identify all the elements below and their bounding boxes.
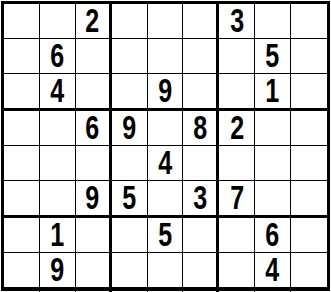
cell-r1c4[interactable] [112, 4, 148, 39]
given-digit: 9 [85, 181, 99, 215]
cell-r4c1[interactable] [4, 111, 40, 146]
cell-r7c8[interactable]: 6 [255, 218, 291, 253]
cell-r2c9[interactable] [291, 39, 327, 74]
cell-r9c5[interactable] [148, 288, 184, 292]
cell-r6c2[interactable] [40, 181, 76, 218]
cell-r4c4[interactable]: 9 [112, 111, 148, 146]
given-digit: 4 [158, 146, 172, 180]
cell-r1c6[interactable] [183, 4, 219, 39]
cell-r8c3[interactable] [76, 253, 112, 288]
cell-r5c7[interactable] [219, 146, 255, 181]
cell-r3c8[interactable]: 1 [255, 74, 291, 111]
given-digit: 3 [230, 4, 244, 38]
sudoku-board-wrap: 23654916982495371569435 [0, 0, 331, 292]
cell-r8c6[interactable] [183, 253, 219, 288]
cell-r4c3[interactable]: 6 [76, 111, 112, 146]
cell-r6c9[interactable] [291, 181, 327, 218]
given-digit: 4 [50, 74, 64, 108]
cell-r6c7[interactable]: 7 [219, 181, 255, 218]
cell-r7c7[interactable] [219, 218, 255, 253]
cell-r7c4[interactable] [112, 218, 148, 253]
cell-r4c8[interactable] [255, 111, 291, 146]
given-digit: 4 [266, 253, 280, 287]
cell-r6c3[interactable]: 9 [76, 181, 112, 218]
cell-r1c5[interactable] [148, 4, 184, 39]
given-digit: 6 [266, 218, 280, 252]
cell-r8c1[interactable] [4, 253, 40, 288]
cell-r3c3[interactable] [76, 74, 112, 111]
cell-r7c1[interactable] [4, 218, 40, 253]
cell-r2c1[interactable] [4, 39, 40, 74]
cell-r5c5[interactable]: 4 [148, 146, 184, 181]
cell-r7c3[interactable] [76, 218, 112, 253]
cell-r6c1[interactable] [4, 181, 40, 218]
cell-r1c1[interactable] [4, 4, 40, 39]
given-digit: 5 [122, 181, 136, 215]
cell-r8c2[interactable]: 9 [40, 253, 76, 288]
given-digit: 5 [230, 288, 244, 292]
given-digit: 1 [266, 74, 280, 108]
cell-r1c8[interactable] [255, 4, 291, 39]
cell-r2c3[interactable] [76, 39, 112, 74]
cell-r4c2[interactable] [40, 111, 76, 146]
given-digit: 6 [50, 39, 64, 73]
cell-r8c5[interactable] [148, 253, 184, 288]
cell-r5c9[interactable] [291, 146, 327, 181]
cell-r8c9[interactable] [291, 253, 327, 288]
given-digit: 6 [85, 111, 99, 145]
given-digit: 9 [122, 111, 136, 145]
cell-r9c3[interactable]: 3 [76, 288, 112, 292]
cell-r3c1[interactable] [4, 74, 40, 111]
sudoku-board: 23654916982495371569435 [1, 1, 330, 291]
cell-r9c9[interactable] [291, 288, 327, 292]
cell-r2c6[interactable] [183, 39, 219, 74]
cell-r6c6[interactable]: 3 [183, 181, 219, 218]
cell-r8c8[interactable]: 4 [255, 253, 291, 288]
given-digit: 3 [85, 288, 99, 292]
cell-r7c6[interactable] [183, 218, 219, 253]
cell-r8c4[interactable] [112, 253, 148, 288]
cell-r3c4[interactable] [112, 74, 148, 111]
given-digit: 5 [158, 218, 172, 252]
cell-r9c2[interactable] [40, 288, 76, 292]
cell-r2c7[interactable] [219, 39, 255, 74]
cell-r2c8[interactable]: 5 [255, 39, 291, 74]
given-digit: 9 [50, 253, 64, 287]
cell-r4c9[interactable] [291, 111, 327, 146]
cell-r3c9[interactable] [291, 74, 327, 111]
cell-r1c9[interactable] [291, 4, 327, 39]
cell-r2c5[interactable] [148, 39, 184, 74]
cell-r2c4[interactable] [112, 39, 148, 74]
cell-r9c8[interactable] [255, 288, 291, 292]
cell-r8c7[interactable] [219, 253, 255, 288]
cell-r3c5[interactable]: 9 [148, 74, 184, 111]
cell-r1c7[interactable]: 3 [219, 4, 255, 39]
given-digit: 8 [193, 111, 207, 145]
cell-r4c5[interactable] [148, 111, 184, 146]
cell-r5c3[interactable] [76, 146, 112, 181]
cell-r9c7[interactable]: 5 [219, 288, 255, 292]
given-digit: 5 [266, 39, 280, 73]
cell-r6c8[interactable] [255, 181, 291, 218]
given-digit: 9 [158, 74, 172, 108]
cell-r1c2[interactable] [40, 4, 76, 39]
cell-r7c9[interactable] [291, 218, 327, 253]
cell-r9c4[interactable] [112, 288, 148, 292]
cell-r9c1[interactable] [4, 288, 40, 292]
cell-r6c5[interactable] [148, 181, 184, 218]
cell-r7c2[interactable]: 1 [40, 218, 76, 253]
cell-r2c2[interactable]: 6 [40, 39, 76, 74]
cell-r7c5[interactable]: 5 [148, 218, 184, 253]
given-digit: 1 [50, 218, 64, 252]
cell-r3c6[interactable] [183, 74, 219, 111]
cell-r3c2[interactable]: 4 [40, 74, 76, 111]
given-digit: 2 [85, 4, 99, 38]
given-digit: 3 [193, 181, 207, 215]
cell-r1c3[interactable]: 2 [76, 4, 112, 39]
cell-r4c7[interactable]: 2 [219, 111, 255, 146]
given-digit: 2 [230, 111, 244, 145]
cell-r9c6[interactable] [183, 288, 219, 292]
cell-r5c8[interactable] [255, 146, 291, 181]
cell-r3c7[interactable] [219, 74, 255, 111]
cell-r4c6[interactable]: 8 [183, 111, 219, 146]
cell-r6c4[interactable]: 5 [112, 181, 148, 218]
cell-r5c2[interactable] [40, 146, 76, 181]
cell-r5c4[interactable] [112, 146, 148, 181]
given-digit: 7 [230, 181, 244, 215]
cell-r5c6[interactable] [183, 146, 219, 181]
cell-r5c1[interactable] [4, 146, 40, 181]
